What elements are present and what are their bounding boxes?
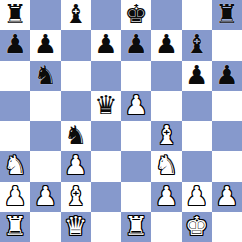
black-knight-piece: ♞ bbox=[34, 62, 57, 88]
square-g6[interactable]: ♟ bbox=[182, 61, 212, 91]
square-f3[interactable]: ♞ bbox=[151, 151, 181, 181]
square-f4[interactable]: ♝ bbox=[151, 121, 181, 151]
square-b7[interactable]: ♟ bbox=[30, 30, 60, 60]
square-b2[interactable]: ♟ bbox=[30, 182, 60, 212]
square-h6[interactable]: ♟ bbox=[212, 61, 242, 91]
square-g5[interactable] bbox=[182, 91, 212, 121]
white-pawn-piece: ♟ bbox=[3, 183, 26, 209]
square-d3[interactable] bbox=[91, 151, 121, 181]
white-pawn-piece: ♟ bbox=[64, 152, 87, 178]
square-f5[interactable] bbox=[151, 91, 181, 121]
white-knight-piece: ♞ bbox=[3, 152, 26, 178]
square-b4[interactable] bbox=[30, 121, 60, 151]
square-h8[interactable]: ♜ bbox=[212, 0, 242, 30]
black-queen-piece: ♛ bbox=[94, 92, 117, 118]
square-a6[interactable] bbox=[0, 61, 30, 91]
black-bishop-piece: ♝ bbox=[185, 31, 208, 57]
square-a8[interactable]: ♜ bbox=[0, 0, 30, 30]
square-e1[interactable]: ♜ bbox=[121, 212, 151, 242]
black-king-piece: ♚ bbox=[124, 1, 147, 27]
square-f7[interactable]: ♟ bbox=[151, 30, 181, 60]
black-pawn-piece: ♟ bbox=[34, 31, 57, 57]
square-f8[interactable] bbox=[151, 0, 181, 30]
square-d2[interactable] bbox=[91, 182, 121, 212]
square-c5[interactable] bbox=[61, 91, 91, 121]
square-b1[interactable] bbox=[30, 212, 60, 242]
square-a1[interactable]: ♜ bbox=[0, 212, 30, 242]
black-rook-piece: ♜ bbox=[215, 1, 238, 27]
white-pawn-piece: ♟ bbox=[34, 183, 57, 209]
square-f1[interactable] bbox=[151, 212, 181, 242]
white-pawn-piece: ♟ bbox=[155, 183, 178, 209]
square-e2[interactable] bbox=[121, 182, 151, 212]
square-b5[interactable] bbox=[30, 91, 60, 121]
black-pawn-piece: ♟ bbox=[155, 31, 178, 57]
square-a4[interactable] bbox=[0, 121, 30, 151]
white-king-piece: ♚ bbox=[185, 213, 208, 239]
white-queen-piece: ♛ bbox=[64, 213, 87, 239]
black-bishop-piece: ♝ bbox=[64, 1, 87, 27]
square-a5[interactable] bbox=[0, 91, 30, 121]
square-c2[interactable]: ♝ bbox=[61, 182, 91, 212]
square-g2[interactable]: ♟ bbox=[182, 182, 212, 212]
white-bishop-piece: ♝ bbox=[155, 122, 178, 148]
black-pawn-piece: ♟ bbox=[215, 62, 238, 88]
square-c7[interactable] bbox=[61, 30, 91, 60]
square-c8[interactable]: ♝ bbox=[61, 0, 91, 30]
square-d6[interactable] bbox=[91, 61, 121, 91]
white-knight-piece: ♞ bbox=[155, 152, 178, 178]
square-c1[interactable]: ♛ bbox=[61, 212, 91, 242]
square-e3[interactable] bbox=[121, 151, 151, 181]
square-d5[interactable]: ♛ bbox=[91, 91, 121, 121]
square-h1[interactable] bbox=[212, 212, 242, 242]
square-g1[interactable]: ♚ bbox=[182, 212, 212, 242]
square-h3[interactable] bbox=[212, 151, 242, 181]
square-h7[interactable] bbox=[212, 30, 242, 60]
black-rook-piece: ♜ bbox=[3, 1, 26, 27]
square-b8[interactable] bbox=[30, 0, 60, 30]
square-e6[interactable] bbox=[121, 61, 151, 91]
square-d8[interactable] bbox=[91, 0, 121, 30]
square-e4[interactable] bbox=[121, 121, 151, 151]
white-bishop-piece: ♝ bbox=[64, 183, 87, 209]
square-f6[interactable] bbox=[151, 61, 181, 91]
square-g8[interactable] bbox=[182, 0, 212, 30]
white-rook-piece: ♜ bbox=[3, 213, 26, 239]
square-c6[interactable] bbox=[61, 61, 91, 91]
square-a2[interactable]: ♟ bbox=[0, 182, 30, 212]
white-pawn-piece: ♟ bbox=[185, 183, 208, 209]
black-knight-piece: ♞ bbox=[64, 122, 87, 148]
white-rook-piece: ♜ bbox=[124, 213, 147, 239]
chess-board: ♜♝♚♜♟♟♟♟♟♝♞♟♟♛♟♞♝♞♟♞♟♟♝♟♟♟♜♛♜♚ bbox=[0, 0, 242, 242]
square-e7[interactable]: ♟ bbox=[121, 30, 151, 60]
square-h5[interactable] bbox=[212, 91, 242, 121]
square-g3[interactable] bbox=[182, 151, 212, 181]
square-a7[interactable]: ♟ bbox=[0, 30, 30, 60]
black-pawn-piece: ♟ bbox=[3, 31, 26, 57]
square-c3[interactable]: ♟ bbox=[61, 151, 91, 181]
black-pawn-piece: ♟ bbox=[94, 31, 117, 57]
square-e8[interactable]: ♚ bbox=[121, 0, 151, 30]
square-a3[interactable]: ♞ bbox=[0, 151, 30, 181]
square-d7[interactable]: ♟ bbox=[91, 30, 121, 60]
square-c4[interactable]: ♞ bbox=[61, 121, 91, 151]
square-f2[interactable]: ♟ bbox=[151, 182, 181, 212]
black-pawn-piece: ♟ bbox=[185, 62, 208, 88]
square-d1[interactable] bbox=[91, 212, 121, 242]
square-b6[interactable]: ♞ bbox=[30, 61, 60, 91]
square-g4[interactable] bbox=[182, 121, 212, 151]
square-h4[interactable] bbox=[212, 121, 242, 151]
black-pawn-piece: ♟ bbox=[124, 31, 147, 57]
square-b3[interactable] bbox=[30, 151, 60, 181]
white-pawn-piece: ♟ bbox=[124, 92, 147, 118]
white-pawn-piece: ♟ bbox=[215, 183, 238, 209]
square-h2[interactable]: ♟ bbox=[212, 182, 242, 212]
square-d4[interactable] bbox=[91, 121, 121, 151]
square-g7[interactable]: ♝ bbox=[182, 30, 212, 60]
square-e5[interactable]: ♟ bbox=[121, 91, 151, 121]
